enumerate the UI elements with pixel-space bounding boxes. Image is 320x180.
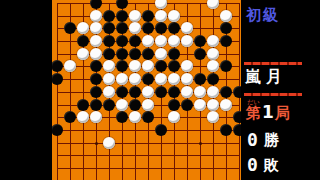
black-stone (116, 86, 128, 98)
black-stone (168, 99, 180, 111)
wins-digit: 0 (247, 131, 258, 149)
grid-line (57, 130, 240, 131)
black-stone (77, 35, 89, 47)
white-stone (220, 10, 232, 22)
grid-line (57, 168, 240, 169)
white-stone (168, 10, 180, 22)
game-screen: 初級 嵐月 だい 第 1 局 0 勝 0 敗 (0, 0, 320, 180)
black-stone (155, 124, 167, 136)
black-stone (52, 124, 63, 136)
black-stone (155, 60, 167, 72)
white-stone (129, 73, 141, 85)
losses-label: 敗 (264, 158, 279, 173)
black-stone (52, 73, 63, 85)
rank-label: 初級 (246, 8, 280, 23)
black-stone (77, 99, 89, 111)
white-stone (90, 111, 102, 123)
white-stone (90, 22, 102, 34)
black-stone (52, 60, 63, 72)
white-stone (207, 35, 219, 47)
black-stone (129, 48, 141, 60)
black-stone (116, 35, 128, 47)
black-stone (233, 111, 241, 123)
white-stone (116, 73, 128, 85)
black-stone (220, 86, 232, 98)
divider-bottom (244, 93, 302, 96)
black-stone (103, 22, 115, 34)
white-stone (129, 22, 141, 34)
white-stone (194, 86, 206, 98)
black-stone (168, 60, 180, 72)
black-stone (103, 48, 115, 60)
go-board[interactable] (52, 0, 241, 180)
white-stone (142, 99, 154, 111)
black-stone (103, 10, 115, 22)
game-number-prefix: だい 第 (246, 99, 261, 121)
white-stone (207, 86, 219, 98)
white-stone (129, 60, 141, 72)
black-stone (142, 22, 154, 34)
white-stone (142, 60, 154, 72)
losses-counter: 0 敗 (247, 156, 279, 174)
white-stone (64, 60, 76, 72)
black-stone (64, 22, 76, 34)
black-stone (194, 35, 206, 47)
opponent-name: 嵐月 (245, 69, 287, 85)
white-stone (77, 111, 89, 123)
black-stone (103, 99, 115, 111)
game-number: だい 第 1 局 (246, 99, 290, 121)
white-stone (142, 86, 154, 98)
game-number-digit: 1 (262, 104, 274, 121)
divider-top (244, 62, 302, 65)
white-stone (168, 111, 180, 123)
white-stone (77, 48, 89, 60)
game-number-suffix: 局 (275, 106, 290, 121)
white-stone (77, 22, 89, 34)
black-stone (168, 48, 180, 60)
black-stone (129, 86, 141, 98)
star-point (199, 142, 202, 145)
black-stone (142, 111, 154, 123)
black-stone (168, 22, 180, 34)
black-stone (220, 60, 232, 72)
black-stone (194, 73, 206, 85)
wins-counter: 0 勝 (247, 131, 279, 149)
white-stone (220, 99, 232, 111)
white-stone (168, 73, 180, 85)
white-stone (155, 73, 167, 85)
black-stone (142, 73, 154, 85)
black-stone (233, 86, 241, 98)
grid-line (57, 143, 240, 144)
white-stone (103, 73, 115, 85)
white-stone (155, 0, 167, 9)
white-stone (155, 10, 167, 22)
black-stone (116, 60, 128, 72)
black-stone (168, 86, 180, 98)
black-stone (142, 48, 154, 60)
white-stone (207, 60, 219, 72)
white-stone (155, 35, 167, 47)
losses-digit: 0 (247, 156, 258, 174)
white-stone (90, 35, 102, 47)
white-stone (103, 60, 115, 72)
black-stone (116, 0, 128, 9)
black-stone (64, 111, 76, 123)
black-stone (90, 99, 102, 111)
black-stone (181, 99, 193, 111)
black-stone (194, 48, 206, 60)
white-stone (155, 48, 167, 60)
black-stone (129, 99, 141, 111)
white-stone (90, 10, 102, 22)
white-stone (207, 0, 219, 9)
white-stone (207, 48, 219, 60)
black-stone (233, 124, 241, 136)
black-stone (220, 22, 232, 34)
black-stone (207, 73, 219, 85)
white-stone (90, 48, 102, 60)
white-stone (103, 86, 115, 98)
grid-line (57, 155, 240, 156)
black-stone (155, 22, 167, 34)
black-stone (142, 10, 154, 22)
white-stone (207, 111, 219, 123)
wins-label: 勝 (264, 133, 279, 148)
star-point (95, 142, 98, 145)
white-stone (181, 22, 193, 34)
black-stone (116, 22, 128, 34)
black-stone (129, 35, 141, 47)
white-stone (181, 73, 193, 85)
black-stone (155, 86, 167, 98)
white-stone (181, 60, 193, 72)
white-stone (142, 35, 154, 47)
black-stone (220, 35, 232, 47)
black-stone (90, 0, 102, 9)
black-stone (90, 86, 102, 98)
white-stone (194, 99, 206, 111)
black-stone (116, 48, 128, 60)
black-stone (90, 73, 102, 85)
white-stone (116, 99, 128, 111)
white-stone (129, 10, 141, 22)
white-stone (207, 99, 219, 111)
white-stone (181, 35, 193, 47)
black-stone (103, 35, 115, 47)
black-stone (220, 124, 232, 136)
black-stone (116, 10, 128, 22)
black-stone (90, 60, 102, 72)
white-stone (103, 137, 115, 149)
white-stone (129, 111, 141, 123)
black-stone (116, 111, 128, 123)
white-stone (181, 86, 193, 98)
white-stone (168, 35, 180, 47)
